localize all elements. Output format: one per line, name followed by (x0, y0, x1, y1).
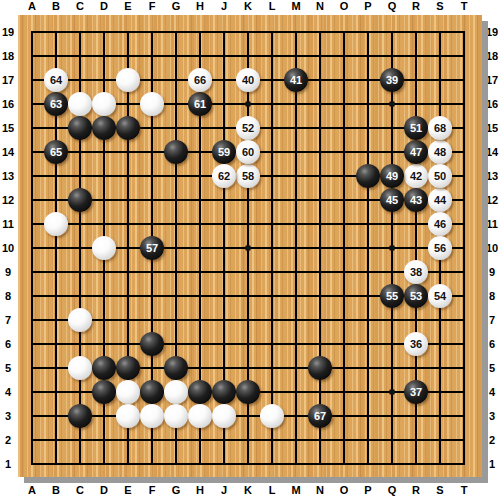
stone-R6[interactable]: 36 (404, 332, 428, 356)
stone-C7[interactable] (68, 308, 92, 332)
stone-F10[interactable]: 57 (140, 236, 164, 260)
stone-J4[interactable] (212, 380, 236, 404)
stone-Q17[interactable]: 39 (380, 68, 404, 92)
stone-D5[interactable] (92, 356, 116, 380)
column-label-bottom-D: D (92, 484, 116, 497)
row-label-left-15: 15 (0, 121, 16, 135)
stone-R12[interactable]: 43 (404, 188, 428, 212)
row-label-right-6: 6 (484, 337, 500, 351)
stone-R13[interactable]: 42 (404, 164, 428, 188)
stone-E4[interactable] (116, 380, 140, 404)
column-label-bottom-C: C (68, 484, 92, 497)
column-label-top-P: P (356, 0, 380, 13)
stone-C15[interactable] (68, 116, 92, 140)
stone-H16[interactable]: 61 (188, 92, 212, 116)
grid-line (319, 31, 321, 465)
column-label-bottom-M: M (284, 484, 308, 497)
move-number: 48 (434, 147, 446, 158)
stone-F3[interactable] (140, 404, 164, 428)
stone-D4[interactable] (92, 380, 116, 404)
stone-M17[interactable]: 41 (284, 68, 308, 92)
move-number: 62 (218, 171, 230, 182)
row-label-right-14: 14 (484, 145, 500, 159)
stone-S10[interactable]: 56 (428, 236, 452, 260)
goban[interactable]: 3637383940414243444546474849505152535455… (18, 15, 482, 477)
stone-F6[interactable] (140, 332, 164, 356)
stone-H3[interactable] (188, 404, 212, 428)
star-point-Q10 (389, 245, 395, 251)
grid-line (31, 319, 465, 321)
column-label-top-E: E (116, 0, 140, 13)
move-number: 44 (434, 195, 446, 206)
column-label-bottom-F: F (140, 484, 164, 497)
go-board-diagram: ABCDEFGHJKLMNOPQRST ABCDEFGHJKLMNOPQRST … (0, 0, 500, 500)
row-label-left-11: 11 (0, 217, 16, 231)
column-label-top-A: A (20, 0, 44, 13)
stone-H17[interactable]: 66 (188, 68, 212, 92)
row-label-right-7: 7 (484, 313, 500, 327)
row-label-right-17: 17 (484, 73, 500, 87)
grid-line (31, 415, 465, 417)
grid-line (31, 271, 465, 273)
column-label-top-G: G (164, 0, 188, 13)
row-label-right-13: 13 (484, 169, 500, 183)
move-number: 50 (434, 171, 446, 182)
column-label-bottom-T: T (452, 484, 476, 497)
row-label-left-10: 10 (0, 241, 16, 255)
stone-E17[interactable] (116, 68, 140, 92)
column-label-bottom-N: N (308, 484, 332, 497)
stone-K15[interactable]: 52 (236, 116, 260, 140)
stone-D16[interactable] (92, 92, 116, 116)
column-label-bottom-P: P (356, 484, 380, 497)
move-number: 45 (386, 195, 398, 206)
stone-G14[interactable] (164, 140, 188, 164)
move-number: 56 (434, 243, 446, 254)
column-label-bottom-O: O (332, 484, 356, 497)
stone-C12[interactable] (68, 188, 92, 212)
row-label-left-14: 14 (0, 145, 16, 159)
star-point-K10 (245, 245, 251, 251)
stone-Q13[interactable]: 49 (380, 164, 404, 188)
row-label-right-8: 8 (484, 289, 500, 303)
move-number: 37 (410, 387, 422, 398)
stone-F4[interactable] (140, 380, 164, 404)
column-label-bottom-L: L (260, 484, 284, 497)
column-label-top-T: T (452, 0, 476, 13)
move-number: 43 (410, 195, 422, 206)
grid-line (295, 31, 297, 465)
row-label-left-6: 6 (0, 337, 16, 351)
move-number: 61 (194, 99, 206, 110)
move-number: 54 (434, 291, 446, 302)
stone-R14[interactable]: 47 (404, 140, 428, 164)
grid-line (367, 31, 369, 465)
move-number: 55 (386, 291, 398, 302)
stone-G3[interactable] (164, 404, 188, 428)
row-label-right-9: 9 (484, 265, 500, 279)
column-label-bottom-H: H (188, 484, 212, 497)
column-label-bottom-A: A (20, 484, 44, 497)
stone-S13[interactable]: 50 (428, 164, 452, 188)
stone-R9[interactable]: 38 (404, 260, 428, 284)
row-label-right-12: 12 (484, 193, 500, 207)
move-number: 60 (242, 147, 254, 158)
column-label-bottom-K: K (236, 484, 260, 497)
row-label-right-5: 5 (484, 361, 500, 375)
star-point-K16 (245, 101, 251, 107)
stone-B11[interactable] (44, 212, 68, 236)
stone-S12[interactable]: 44 (428, 188, 452, 212)
column-label-top-F: F (140, 0, 164, 13)
column-label-top-S: S (428, 0, 452, 13)
move-number: 46 (434, 219, 446, 230)
stone-S15[interactable]: 68 (428, 116, 452, 140)
stone-G5[interactable] (164, 356, 188, 380)
move-number: 68 (434, 123, 446, 134)
move-number: 40 (242, 75, 254, 86)
stone-F16[interactable] (140, 92, 164, 116)
stone-S11[interactable]: 46 (428, 212, 452, 236)
move-number: 52 (242, 123, 254, 134)
stone-D15[interactable] (92, 116, 116, 140)
column-label-top-R: R (404, 0, 428, 13)
stone-H4[interactable] (188, 380, 212, 404)
move-number: 64 (50, 75, 62, 86)
stone-N5[interactable] (308, 356, 332, 380)
stone-E3[interactable] (116, 404, 140, 428)
move-number: 38 (410, 267, 422, 278)
row-label-left-13: 13 (0, 169, 16, 183)
stone-G4[interactable] (164, 380, 188, 404)
move-number: 42 (410, 171, 422, 182)
move-number: 58 (242, 171, 254, 182)
row-label-left-16: 16 (0, 97, 16, 111)
stone-D10[interactable] (92, 236, 116, 260)
move-number: 63 (50, 99, 62, 110)
stone-R15[interactable]: 51 (404, 116, 428, 140)
stone-K17[interactable]: 40 (236, 68, 260, 92)
stone-R8[interactable]: 53 (404, 284, 428, 308)
grid-line (271, 31, 273, 465)
row-label-right-10: 10 (484, 241, 500, 255)
column-label-top-O: O (332, 0, 356, 13)
move-number: 36 (410, 339, 422, 350)
stone-K14[interactable]: 60 (236, 140, 260, 164)
column-label-top-C: C (68, 0, 92, 13)
grid-line (343, 31, 345, 465)
stone-N3[interactable]: 67 (308, 404, 332, 428)
stone-C5[interactable] (68, 356, 92, 380)
row-label-right-4: 4 (484, 385, 500, 399)
stone-K4[interactable] (236, 380, 260, 404)
move-number: 53 (410, 291, 422, 302)
move-number: 66 (194, 75, 206, 86)
column-label-bottom-G: G (164, 484, 188, 497)
grid-line (463, 31, 465, 465)
row-label-right-16: 16 (484, 97, 500, 111)
move-number: 49 (386, 171, 398, 182)
column-label-top-N: N (308, 0, 332, 13)
row-label-left-9: 9 (0, 265, 16, 279)
column-label-top-K: K (236, 0, 260, 13)
stone-B17[interactable]: 64 (44, 68, 68, 92)
stone-S14[interactable]: 48 (428, 140, 452, 164)
stone-J14[interactable]: 59 (212, 140, 236, 164)
move-number: 41 (290, 75, 302, 86)
column-label-top-L: L (260, 0, 284, 13)
grid-line (31, 439, 465, 441)
move-number: 65 (50, 147, 62, 158)
row-label-left-19: 19 (0, 25, 16, 39)
column-label-bottom-R: R (404, 484, 428, 497)
row-label-left-3: 3 (0, 409, 16, 423)
move-number: 47 (410, 147, 422, 158)
column-label-bottom-E: E (116, 484, 140, 497)
column-label-top-B: B (44, 0, 68, 13)
row-label-left-17: 17 (0, 73, 16, 87)
stone-K13[interactable]: 58 (236, 164, 260, 188)
stone-Q12[interactable]: 45 (380, 188, 404, 212)
move-number: 39 (386, 75, 398, 86)
row-label-right-18: 18 (484, 49, 500, 63)
stone-C3[interactable] (68, 404, 92, 428)
row-label-right-3: 3 (484, 409, 500, 423)
column-label-bottom-Q: Q (380, 484, 404, 497)
column-label-top-Q: Q (380, 0, 404, 13)
stone-S8[interactable]: 54 (428, 284, 452, 308)
stone-Q8[interactable]: 55 (380, 284, 404, 308)
move-number: 67 (314, 411, 326, 422)
stone-C16[interactable] (68, 92, 92, 116)
row-label-right-19: 19 (484, 25, 500, 39)
row-label-left-2: 2 (0, 433, 16, 447)
stone-B14[interactable]: 65 (44, 140, 68, 164)
row-label-left-12: 12 (0, 193, 16, 207)
row-label-right-15: 15 (484, 121, 500, 135)
stone-J3[interactable] (212, 404, 236, 428)
stone-P13[interactable] (356, 164, 380, 188)
star-point-Q16 (389, 101, 395, 107)
stone-E15[interactable] (116, 116, 140, 140)
grid-line (31, 343, 465, 345)
stone-L3[interactable] (260, 404, 284, 428)
column-label-bottom-J: J (212, 484, 236, 497)
row-label-left-7: 7 (0, 313, 16, 327)
star-point-Q4 (389, 389, 395, 395)
row-label-left-18: 18 (0, 49, 16, 63)
move-number: 57 (146, 243, 158, 254)
row-label-left-5: 5 (0, 361, 16, 375)
stone-R4[interactable]: 37 (404, 380, 428, 404)
column-label-bottom-S: S (428, 484, 452, 497)
column-label-bottom-B: B (44, 484, 68, 497)
row-label-right-2: 2 (484, 433, 500, 447)
stone-J13[interactable]: 62 (212, 164, 236, 188)
column-label-top-D: D (92, 0, 116, 13)
row-label-right-11: 11 (484, 217, 500, 231)
stone-E5[interactable] (116, 356, 140, 380)
row-label-right-1: 1 (484, 457, 500, 471)
column-label-top-H: H (188, 0, 212, 13)
stone-B16[interactable]: 63 (44, 92, 68, 116)
column-label-top-M: M (284, 0, 308, 13)
move-number: 51 (410, 123, 422, 134)
move-number: 59 (218, 147, 230, 158)
row-label-left-1: 1 (0, 457, 16, 471)
column-label-top-J: J (212, 0, 236, 13)
row-label-left-8: 8 (0, 289, 16, 303)
grid-line (31, 463, 465, 465)
row-label-left-4: 4 (0, 385, 16, 399)
